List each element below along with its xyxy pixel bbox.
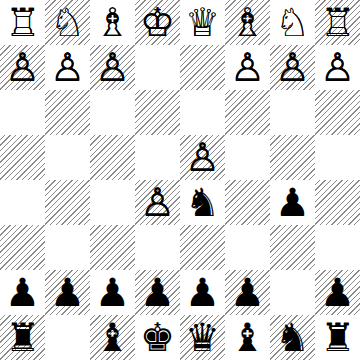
square-b6[interactable] xyxy=(270,225,315,270)
square-c6[interactable] xyxy=(225,225,270,270)
black-pawn[interactable]: ♟ xyxy=(45,270,90,315)
white-pawn[interactable]: ♙ xyxy=(315,45,360,90)
white-pawn[interactable]: ♙ xyxy=(180,135,225,180)
square-g2[interactable]: ♙ xyxy=(45,45,90,90)
white-pawn[interactable]: ♙ xyxy=(90,45,135,90)
square-a6[interactable] xyxy=(315,225,360,270)
square-d3[interactable] xyxy=(180,90,225,135)
square-h5[interactable] xyxy=(0,180,45,225)
black-pawn[interactable]: ♟ xyxy=(0,270,45,315)
square-e4[interactable] xyxy=(135,135,180,180)
black-knight[interactable]: ♞ xyxy=(270,315,315,360)
square-a5[interactable] xyxy=(315,180,360,225)
square-h8[interactable]: ♜ xyxy=(0,315,45,360)
black-rook[interactable]: ♜ xyxy=(0,315,45,360)
square-h7[interactable]: ♟ xyxy=(0,270,45,315)
square-a2[interactable]: ♙ xyxy=(315,45,360,90)
white-bishop[interactable]: ♗ xyxy=(225,0,270,45)
white-rook[interactable]: ♖ xyxy=(315,0,360,45)
square-g5[interactable] xyxy=(45,180,90,225)
square-g4[interactable] xyxy=(45,135,90,180)
square-g1[interactable]: ♘ xyxy=(45,0,90,45)
square-f3[interactable] xyxy=(90,90,135,135)
square-f7[interactable]: ♟ xyxy=(90,270,135,315)
square-c7[interactable]: ♟ xyxy=(225,270,270,315)
white-pawn[interactable]: ♙ xyxy=(0,45,45,90)
square-c3[interactable] xyxy=(225,90,270,135)
square-f8[interactable]: ♝ xyxy=(90,315,135,360)
white-rook[interactable]: ♖ xyxy=(0,0,45,45)
square-a1[interactable]: ♖ xyxy=(315,0,360,45)
black-bishop[interactable]: ♝ xyxy=(90,315,135,360)
black-king[interactable]: ♚ xyxy=(135,315,180,360)
square-a7[interactable]: ♟ xyxy=(315,270,360,315)
square-f6[interactable] xyxy=(90,225,135,270)
chess-board: ♖♘♗♔♕♗♘♖♙♙♙♙♙♙♙♙♞♟♟♟♟♟♟♟♟♜♝♚♛♝♞♜ xyxy=(0,0,360,360)
square-d7[interactable]: ♟ xyxy=(180,270,225,315)
black-pawn[interactable]: ♟ xyxy=(270,180,315,225)
white-queen[interactable]: ♕ xyxy=(180,0,225,45)
black-pawn[interactable]: ♟ xyxy=(135,270,180,315)
square-b1[interactable]: ♘ xyxy=(270,0,315,45)
square-e1[interactable]: ♔ xyxy=(135,0,180,45)
square-h6[interactable] xyxy=(0,225,45,270)
square-d6[interactable] xyxy=(180,225,225,270)
square-f2[interactable]: ♙ xyxy=(90,45,135,90)
square-d5[interactable]: ♞ xyxy=(180,180,225,225)
square-d4[interactable]: ♙ xyxy=(180,135,225,180)
square-b7[interactable] xyxy=(270,270,315,315)
square-h4[interactable] xyxy=(0,135,45,180)
white-pawn[interactable]: ♙ xyxy=(45,45,90,90)
square-a4[interactable] xyxy=(315,135,360,180)
black-queen[interactable]: ♛ xyxy=(180,315,225,360)
square-e5[interactable]: ♙ xyxy=(135,180,180,225)
square-c1[interactable]: ♗ xyxy=(225,0,270,45)
black-pawn[interactable]: ♟ xyxy=(225,270,270,315)
black-pawn[interactable]: ♟ xyxy=(180,270,225,315)
square-c4[interactable] xyxy=(225,135,270,180)
square-a3[interactable] xyxy=(315,90,360,135)
square-g3[interactable] xyxy=(45,90,90,135)
square-b8[interactable]: ♞ xyxy=(270,315,315,360)
square-b4[interactable] xyxy=(270,135,315,180)
square-h1[interactable]: ♖ xyxy=(0,0,45,45)
square-e8[interactable]: ♚ xyxy=(135,315,180,360)
square-e6[interactable] xyxy=(135,225,180,270)
square-d1[interactable]: ♕ xyxy=(180,0,225,45)
square-e3[interactable] xyxy=(135,90,180,135)
square-c2[interactable]: ♙ xyxy=(225,45,270,90)
white-pawn[interactable]: ♙ xyxy=(225,45,270,90)
white-pawn[interactable]: ♙ xyxy=(270,45,315,90)
square-c8[interactable]: ♝ xyxy=(225,315,270,360)
square-g6[interactable] xyxy=(45,225,90,270)
square-e7[interactable]: ♟ xyxy=(135,270,180,315)
square-b5[interactable]: ♟ xyxy=(270,180,315,225)
white-king[interactable]: ♔ xyxy=(135,0,180,45)
square-f4[interactable] xyxy=(90,135,135,180)
square-f1[interactable]: ♗ xyxy=(90,0,135,45)
square-g7[interactable]: ♟ xyxy=(45,270,90,315)
square-h2[interactable]: ♙ xyxy=(0,45,45,90)
square-b3[interactable] xyxy=(270,90,315,135)
square-e2[interactable] xyxy=(135,45,180,90)
square-f5[interactable] xyxy=(90,180,135,225)
square-d2[interactable] xyxy=(180,45,225,90)
square-a8[interactable]: ♜ xyxy=(315,315,360,360)
square-c5[interactable] xyxy=(225,180,270,225)
black-bishop[interactable]: ♝ xyxy=(225,315,270,360)
white-knight[interactable]: ♘ xyxy=(45,0,90,45)
black-pawn[interactable]: ♟ xyxy=(315,270,360,315)
square-b2[interactable]: ♙ xyxy=(270,45,315,90)
black-rook[interactable]: ♜ xyxy=(315,315,360,360)
square-d8[interactable]: ♛ xyxy=(180,315,225,360)
white-knight[interactable]: ♘ xyxy=(270,0,315,45)
black-pawn[interactable]: ♟ xyxy=(90,270,135,315)
square-g8[interactable] xyxy=(45,315,90,360)
square-h3[interactable] xyxy=(0,90,45,135)
white-pawn[interactable]: ♙ xyxy=(135,180,180,225)
black-knight[interactable]: ♞ xyxy=(180,180,225,225)
white-bishop[interactable]: ♗ xyxy=(90,0,135,45)
